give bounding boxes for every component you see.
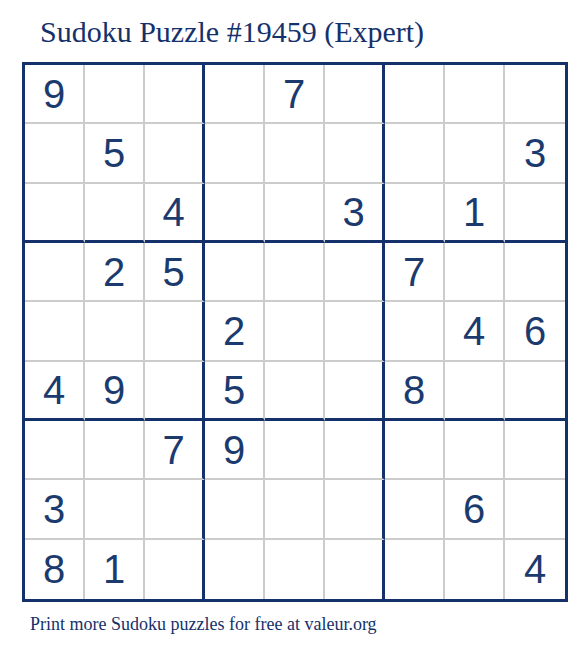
cell-r2c4 (205, 124, 265, 183)
cell-r1c6 (325, 65, 385, 124)
cell-r2c8 (445, 124, 505, 183)
cell-r9c8 (445, 540, 505, 599)
cell-r9c9: 4 (505, 540, 565, 599)
cell-r6c4: 5 (205, 362, 265, 421)
cell-r8c2 (85, 480, 145, 539)
cell-r4c8 (445, 243, 505, 302)
cell-r4c9 (505, 243, 565, 302)
cell-r3c9 (505, 184, 565, 243)
cell-r9c2: 1 (85, 540, 145, 599)
cell-r9c1: 8 (25, 540, 85, 599)
cell-r7c1 (25, 421, 85, 480)
cell-r4c1 (25, 243, 85, 302)
cell-r6c3 (145, 362, 205, 421)
cell-r6c5 (265, 362, 325, 421)
cell-r8c6 (325, 480, 385, 539)
cell-r7c6 (325, 421, 385, 480)
cell-r2c1 (25, 124, 85, 183)
page-title: Sudoku Puzzle #19459 (Expert) (40, 17, 424, 47)
cell-r2c3 (145, 124, 205, 183)
cell-r5c4: 2 (205, 302, 265, 361)
sudoku-page: Sudoku Puzzle #19459 (Expert) 9753431257… (0, 0, 580, 651)
cell-r1c5: 7 (265, 65, 325, 124)
cell-r9c3 (145, 540, 205, 599)
cell-r3c6: 3 (325, 184, 385, 243)
cell-r6c8 (445, 362, 505, 421)
cell-r3c8: 1 (445, 184, 505, 243)
sudoku-board: 975343125724649587936814 (22, 62, 568, 602)
cell-r5c7 (385, 302, 445, 361)
cell-r7c7 (385, 421, 445, 480)
cell-r7c8 (445, 421, 505, 480)
cell-r8c4 (205, 480, 265, 539)
cell-r1c1: 9 (25, 65, 85, 124)
cell-r1c7 (385, 65, 445, 124)
cell-r8c5 (265, 480, 325, 539)
cell-r1c2 (85, 65, 145, 124)
cell-r6c6 (325, 362, 385, 421)
cell-r4c6 (325, 243, 385, 302)
cell-r4c7: 7 (385, 243, 445, 302)
cell-r2c9: 3 (505, 124, 565, 183)
footer-text: Print more Sudoku puzzles for free at va… (30, 614, 377, 636)
cell-r3c7 (385, 184, 445, 243)
cell-r8c3 (145, 480, 205, 539)
cell-r5c9: 6 (505, 302, 565, 361)
cell-r3c2 (85, 184, 145, 243)
cell-r5c6 (325, 302, 385, 361)
cell-r6c7: 8 (385, 362, 445, 421)
cell-r4c2: 2 (85, 243, 145, 302)
cell-r5c1 (25, 302, 85, 361)
cell-r1c4 (205, 65, 265, 124)
cell-r2c6 (325, 124, 385, 183)
cell-r3c3: 4 (145, 184, 205, 243)
cell-r1c9 (505, 65, 565, 124)
cell-r7c2 (85, 421, 145, 480)
cell-r7c4: 9 (205, 421, 265, 480)
cell-r5c2 (85, 302, 145, 361)
cell-r4c3: 5 (145, 243, 205, 302)
cell-r6c9 (505, 362, 565, 421)
cell-r8c9 (505, 480, 565, 539)
cell-r8c1: 3 (25, 480, 85, 539)
cell-r2c2: 5 (85, 124, 145, 183)
cell-r9c5 (265, 540, 325, 599)
cell-r7c5 (265, 421, 325, 480)
cell-r7c3: 7 (145, 421, 205, 480)
cell-r2c5 (265, 124, 325, 183)
cell-r9c6 (325, 540, 385, 599)
cell-r5c5 (265, 302, 325, 361)
cell-r9c7 (385, 540, 445, 599)
cell-r4c5 (265, 243, 325, 302)
cell-r6c2: 9 (85, 362, 145, 421)
cell-r9c4 (205, 540, 265, 599)
cell-r1c3 (145, 65, 205, 124)
cell-r7c9 (505, 421, 565, 480)
cell-r3c1 (25, 184, 85, 243)
cell-r5c3 (145, 302, 205, 361)
cell-r4c4 (205, 243, 265, 302)
cell-r3c5 (265, 184, 325, 243)
cell-r6c1: 4 (25, 362, 85, 421)
cell-r8c7 (385, 480, 445, 539)
cell-r1c8 (445, 65, 505, 124)
cell-r2c7 (385, 124, 445, 183)
cell-r3c4 (205, 184, 265, 243)
cell-r8c8: 6 (445, 480, 505, 539)
cell-r5c8: 4 (445, 302, 505, 361)
